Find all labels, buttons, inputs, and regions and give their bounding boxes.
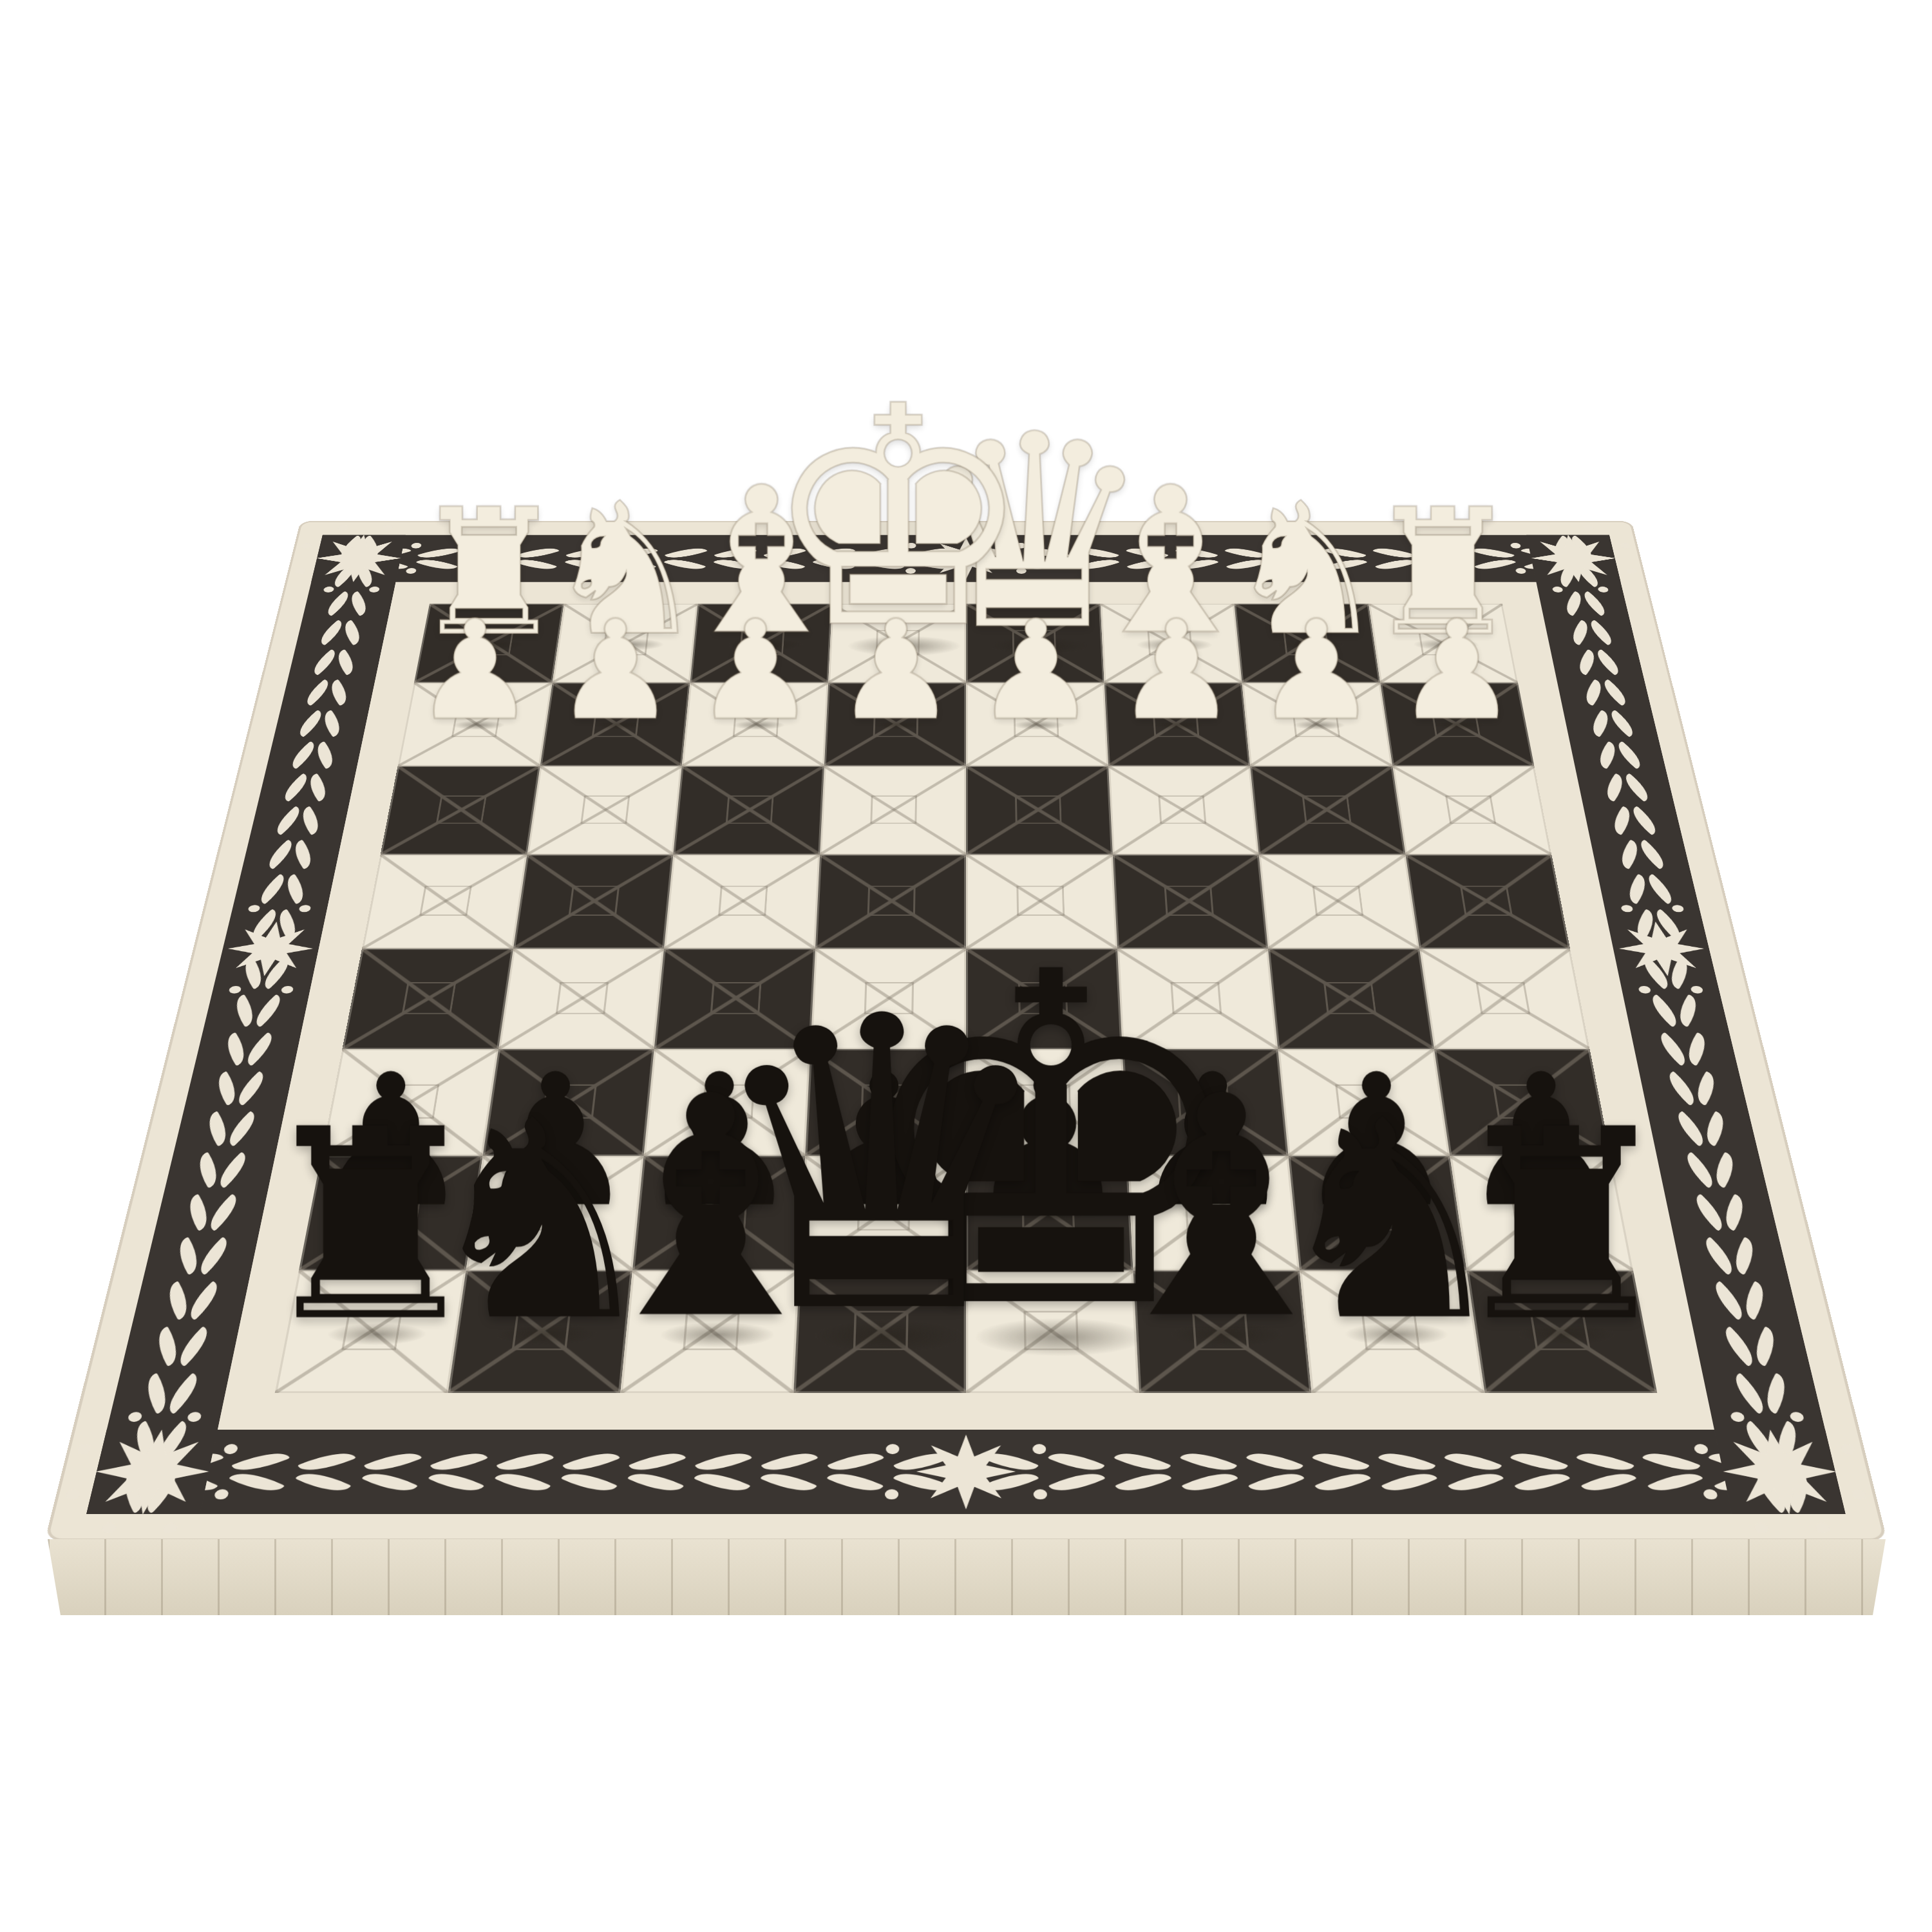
- inlay-dot: [337, 525, 349, 531]
- leaf-pair: [623, 1430, 696, 1514]
- square-h2[interactable]: ♟: [398, 683, 553, 766]
- leaf-pair: [1413, 535, 1471, 582]
- leaf-ornament: [1638, 874, 1680, 904]
- leaf-ornament: [1314, 1465, 1371, 1499]
- leaf-pair: [1432, 1430, 1510, 1514]
- leaf-pair: [355, 1430, 435, 1514]
- leaf-pair: [1563, 1430, 1644, 1514]
- leaf-pair: [811, 535, 862, 582]
- leaf-pair: [224, 909, 328, 945]
- square-e2[interactable]: ♟: [824, 683, 966, 766]
- leaf-ornament: [268, 806, 309, 835]
- leaf-pair: [258, 773, 356, 806]
- inlay-dot: [1626, 568, 1638, 574]
- square-f2[interactable]: ♟: [682, 683, 828, 766]
- square-h5[interactable]: [342, 949, 513, 1049]
- leaf-ornament: [1180, 1444, 1237, 1478]
- leaf-pair: [1538, 591, 1629, 620]
- leaf-ornament: [1624, 806, 1665, 835]
- leaf-pair: [711, 535, 764, 582]
- leaf-ornament: [561, 1465, 618, 1499]
- chess-board: ♜♞♝♚♛♝♞♜♟♟♟♟♟♟♟♟♟♟♟♟♟♟♟♟♜♞♝♛♚♝♞♜: [44, 521, 1887, 1541]
- leaf-ornament: [170, 1237, 207, 1275]
- leaf-ornament: [1704, 1281, 1752, 1320]
- leaf-pair: [1663, 1189, 1777, 1232]
- white-pawn[interactable]: ♟: [554, 612, 677, 728]
- leaf-pair: [1315, 535, 1371, 582]
- leaf-pair: [122, 1321, 240, 1367]
- leaf-ornament: [1616, 773, 1656, 802]
- leaf-pair: [281, 679, 375, 710]
- leaf-ornament: [760, 1465, 817, 1499]
- inlay-dot: [162, 1522, 178, 1533]
- square-a4[interactable]: [1405, 855, 1570, 949]
- leaf-ornament: [1562, 535, 1599, 559]
- leaf-pair: [1691, 1321, 1810, 1367]
- leaf-ornament: [1647, 1465, 1703, 1499]
- square-b3[interactable]: [1250, 766, 1405, 854]
- leaf-ornament: [695, 1444, 752, 1478]
- leaf-ornament: [169, 1327, 218, 1367]
- leaf-ornament: [812, 555, 855, 574]
- leaf-pair: [1544, 620, 1637, 649]
- leaf-ornament: [1576, 1444, 1634, 1478]
- leaf-pair: [241, 839, 342, 873]
- leaf-ornament: [312, 620, 350, 645]
- leaf-ornament: [229, 1465, 285, 1499]
- leaf-ornament: [1444, 1444, 1502, 1478]
- white-pawn[interactable]: ♟: [1115, 612, 1238, 728]
- square-f3[interactable]: [673, 766, 824, 854]
- leaf-pair: [249, 806, 349, 839]
- leaf-pair: [220, 1430, 303, 1514]
- leaf-ornament: [1115, 1465, 1171, 1499]
- inlay-dot: [1840, 1444, 1856, 1454]
- leaf-ornament: [1375, 555, 1417, 574]
- leaf-pair: [1583, 806, 1683, 839]
- inlay-dot: [1851, 1489, 1867, 1499]
- leaf-pair: [611, 535, 666, 582]
- square-h3[interactable]: [381, 766, 540, 854]
- white-pawn[interactable]: ♟: [974, 612, 1097, 728]
- inlay-dot: [301, 543, 312, 549]
- leaf-ornament: [1714, 1327, 1763, 1367]
- leaf-pair: [661, 535, 715, 582]
- leaf-pair: [302, 591, 393, 620]
- leaf-pair: [461, 535, 519, 582]
- leaf-ornament: [1381, 1465, 1438, 1499]
- leaf-ornament: [326, 563, 363, 587]
- leaf-pair: [133, 1276, 251, 1321]
- leaf-ornament: [1642, 1444, 1701, 1478]
- leaf-ornament: [428, 1465, 484, 1499]
- leaf-ornament: [614, 555, 657, 574]
- leaf-ornament: [1676, 1152, 1723, 1188]
- inlay-dot: [1815, 1522, 1831, 1533]
- leaf-ornament: [1679, 1032, 1714, 1066]
- square-a5[interactable]: [1419, 949, 1590, 1049]
- leaf-ornament: [1694, 1237, 1742, 1275]
- border-band-top: [311, 535, 1620, 582]
- leaf-pair: [1364, 535, 1421, 582]
- leaf-pair: [1605, 909, 1709, 945]
- leaf-pair: [309, 563, 400, 591]
- leaf-ornament: [629, 1444, 686, 1478]
- leaf-pair: [288, 1430, 369, 1514]
- inlay-dot: [1754, 1522, 1770, 1533]
- garland-half: [966, 1430, 1846, 1514]
- leaf-pair: [295, 620, 388, 649]
- leaf-pair: [556, 1430, 630, 1514]
- leaf-ornament: [1248, 1465, 1305, 1499]
- leaf-ornament: [1588, 649, 1627, 675]
- leaf-ornament: [1697, 1111, 1732, 1146]
- leaf-pair: [1597, 873, 1700, 908]
- leaf-ornament: [1581, 1465, 1637, 1499]
- square-e8[interactable]: ♛: [793, 1270, 966, 1392]
- leaf-pair: [1367, 1430, 1443, 1514]
- leaf-ornament: [1246, 1444, 1303, 1478]
- inlay-dot: [65, 1489, 81, 1499]
- leaf-ornament: [1077, 555, 1119, 574]
- leaf-ornament: [1276, 555, 1318, 574]
- leaf-pair: [860, 535, 911, 582]
- leaf-pair: [204, 990, 310, 1028]
- leaf-pair: [757, 1430, 828, 1514]
- leaf-pair: [1577, 773, 1675, 806]
- garland-half: [311, 535, 966, 582]
- leaf-pair: [411, 535, 469, 582]
- leaf-pair: [273, 710, 369, 741]
- leaf-pair: [1563, 710, 1659, 741]
- leaf-ornament: [180, 1281, 228, 1320]
- square-e3[interactable]: [820, 766, 966, 854]
- leaf-pair: [316, 535, 406, 563]
- leaf-ornament: [191, 1152, 226, 1188]
- leaf-ornament: [497, 1444, 554, 1478]
- leaf-pair: [1039, 1430, 1108, 1514]
- leaf-ornament: [298, 679, 337, 706]
- leaf-pair: [1672, 1231, 1788, 1275]
- leaf-ornament: [1027, 555, 1070, 574]
- leaf-pair: [1463, 535, 1521, 582]
- square-c3[interactable]: [1108, 766, 1259, 854]
- leaf-ornament: [1569, 563, 1606, 587]
- leaf-ornament: [1650, 1032, 1694, 1066]
- leaf-ornament: [1642, 994, 1686, 1027]
- leaf-ornament: [416, 555, 458, 574]
- leaf-ornament: [763, 555, 806, 574]
- square-d2[interactable]: ♟: [966, 683, 1108, 766]
- leaf-pair: [288, 649, 382, 679]
- leaf-ornament: [562, 1444, 620, 1478]
- square-g8[interactable]: ♞: [448, 1270, 632, 1392]
- leaf-pair: [1569, 741, 1667, 773]
- inlay-dot: [1583, 525, 1595, 531]
- garland-half: [966, 535, 1621, 582]
- leaf-pair: [1301, 1430, 1376, 1514]
- square-g2[interactable]: ♟: [540, 683, 690, 766]
- leaf-ornament: [1646, 909, 1689, 940]
- leaf-ornament: [1746, 1327, 1783, 1367]
- leaf-pair: [155, 1189, 269, 1232]
- leaf-ornament: [364, 1444, 422, 1478]
- leaf-pair: [911, 535, 961, 582]
- leaf-ornament: [862, 555, 904, 574]
- leaf-ornament: [1425, 555, 1466, 574]
- leaf-ornament: [1448, 1465, 1504, 1499]
- inlay-dot: [76, 1444, 92, 1454]
- square-g4[interactable]: [513, 855, 674, 949]
- inlay-dot: [1539, 525, 1549, 531]
- checkerboard: ♜♞♝♚♛♝♞♜♟♟♟♟♟♟♟♟♟♟♟♟♟♟♟♟♜♞♝♛♚♝♞♜: [275, 604, 1658, 1393]
- leaf-ornament: [210, 1152, 256, 1188]
- black-knight[interactable]: ♞: [418, 1105, 664, 1338]
- leaf-ornament: [1312, 1444, 1370, 1478]
- white-pawn[interactable]: ♟: [413, 612, 536, 728]
- leaf-pair: [1630, 1028, 1738, 1066]
- leaf-pair: [824, 1430, 893, 1514]
- inlay-dot: [294, 568, 306, 574]
- leaf-ornament: [1048, 1465, 1106, 1499]
- leaf-ornament: [1048, 1444, 1105, 1478]
- square-b4[interactable]: [1259, 855, 1419, 949]
- leaf-ornament: [466, 555, 507, 574]
- leaf-pair: [1682, 1276, 1799, 1321]
- leaf-pair: [1497, 1430, 1577, 1514]
- leaf-ornament: [218, 1032, 253, 1066]
- black-queen[interactable]: ♛: [700, 995, 1062, 1338]
- square-b2[interactable]: ♟: [1242, 683, 1392, 766]
- leaf-ornament: [1582, 620, 1620, 645]
- leaf-ornament: [1724, 1373, 1774, 1414]
- leaf-ornament: [1113, 1444, 1171, 1478]
- leaf-pair: [489, 1430, 565, 1514]
- leaf-ornament: [295, 1465, 351, 1499]
- leaf-ornament: [1602, 710, 1641, 737]
- leaf-ornament: [515, 555, 557, 574]
- leaf-ornament: [664, 555, 706, 574]
- white-pawn[interactable]: ♟: [835, 612, 958, 728]
- leaf-ornament: [291, 710, 330, 737]
- leaf-pair: [144, 1231, 260, 1275]
- leaf-ornament: [1736, 1281, 1772, 1320]
- leaf-ornament: [243, 909, 285, 940]
- leaf-ornament: [1474, 555, 1516, 574]
- leaf-ornament: [978, 555, 1020, 574]
- leaf-garland: [311, 535, 1620, 582]
- white-pawn[interactable]: ♟: [694, 612, 817, 728]
- leaf-pair: [1557, 679, 1651, 710]
- leaf-pair: [1021, 535, 1072, 582]
- leaf-ornament: [1575, 591, 1613, 616]
- leaf-ornament: [911, 555, 954, 574]
- leaf-ornament: [232, 1444, 290, 1478]
- square-g3[interactable]: [527, 766, 682, 854]
- leaf-ornament: [138, 1373, 176, 1414]
- leaf-ornament: [209, 1071, 244, 1105]
- inlay-dot: [1620, 543, 1631, 549]
- leaf-ornament: [1756, 1373, 1794, 1414]
- leaf-ornament: [627, 1465, 684, 1499]
- leaf-ornament: [565, 555, 607, 574]
- leaf-ornament: [332, 535, 369, 559]
- leaf-pair: [1070, 535, 1121, 582]
- inlay-dot: [1032, 1444, 1046, 1454]
- leaf-ornament: [826, 1465, 884, 1499]
- leaf-ornament: [319, 591, 357, 616]
- leaf-pair: [232, 873, 335, 908]
- leaf-ornament: [1325, 555, 1368, 574]
- inlay-dot: [101, 1522, 117, 1533]
- leaf-ornament: [158, 1373, 208, 1414]
- leaf-pair: [561, 535, 617, 582]
- leaf-pair: [1168, 535, 1221, 582]
- leaf-pair: [1590, 839, 1691, 873]
- square-a3[interactable]: [1392, 766, 1552, 854]
- leaf-pair: [1550, 649, 1644, 679]
- leaf-pair: [1266, 535, 1321, 582]
- leaf-ornament: [430, 1444, 488, 1478]
- leaf-pair: [265, 741, 363, 773]
- leaf-ornament: [200, 1111, 236, 1146]
- leaf-ornament: [694, 1465, 750, 1499]
- leaf-ornament: [1378, 1444, 1436, 1478]
- leaf-ornament: [238, 1032, 282, 1066]
- square-a2[interactable]: ♟: [1380, 683, 1535, 766]
- leaf-ornament: [200, 1194, 247, 1231]
- leaf-pair: [690, 1430, 762, 1514]
- board-perspective-wrap: ♜♞♝♚♛♝♞♜♟♟♟♟♟♟♟♟♟♟♟♟♟♟♟♟♜♞♝♛♚♝♞♜: [0, 0, 1932, 1932]
- leaf-ornament: [260, 840, 301, 869]
- leaf-pair: [1526, 535, 1616, 563]
- leaf-pair: [1622, 990, 1728, 1028]
- garland-half: [223, 535, 406, 949]
- leaf-ornament: [1631, 840, 1672, 869]
- square-d3[interactable]: [966, 766, 1112, 854]
- white-pawn[interactable]: ♟: [1396, 612, 1519, 728]
- leaf-ornament: [227, 994, 261, 1027]
- leaf-ornament: [305, 649, 344, 675]
- square-h4[interactable]: [362, 855, 527, 949]
- leaf-ornament: [1595, 679, 1634, 706]
- leaf-ornament: [149, 1327, 186, 1367]
- leaf-ornament: [495, 1465, 551, 1499]
- leaf-ornament: [1725, 1237, 1762, 1275]
- leaf-ornament: [1510, 1444, 1568, 1478]
- leaf-pair: [1532, 563, 1623, 591]
- leaf-ornament: [714, 555, 756, 574]
- leaf-ornament: [761, 1444, 819, 1478]
- inlay-dot: [382, 525, 393, 531]
- board-front-edge: [48, 1539, 1886, 1615]
- leaf-ornament: [827, 1444, 884, 1478]
- leaf-ornament: [160, 1281, 196, 1320]
- leaf-pair: [194, 1028, 302, 1066]
- leaf-ornament: [1688, 1071, 1723, 1105]
- leaf-pair: [110, 1367, 231, 1415]
- leaf-pair: [1629, 1430, 1712, 1514]
- leaf-ornament: [1685, 1194, 1732, 1231]
- square-c2[interactable]: ♟: [1104, 683, 1250, 766]
- leaf-ornament: [180, 1194, 216, 1231]
- garland-half: [86, 1430, 966, 1514]
- leaf-pair: [1217, 535, 1271, 582]
- leaf-ornament: [362, 1465, 418, 1499]
- leaf-pair: [1104, 1430, 1175, 1514]
- leaf-pair: [1701, 1367, 1822, 1415]
- photo-scene: ♜♞♝♚♛♝♞♜♟♟♟♟♟♟♟♟♟♟♟♟♟♟♟♟♜♞♝♛♚♝♞♜: [0, 0, 1932, 1932]
- leaf-ornament: [298, 1444, 355, 1478]
- leaf-pair: [1236, 1430, 1309, 1514]
- leaf-ornament: [1514, 1465, 1570, 1499]
- leaf-ornament: [1182, 1465, 1238, 1499]
- leaf-pair: [1170, 1430, 1242, 1514]
- leaf-ornament: [190, 1237, 238, 1275]
- leaf-ornament: [283, 741, 323, 769]
- leaf-ornament: [1706, 1152, 1741, 1188]
- white-pawn[interactable]: ♟: [1255, 612, 1378, 728]
- leaf-pair: [761, 535, 813, 582]
- leaf-pair: [972, 535, 1022, 582]
- leaf-pair: [511, 535, 567, 582]
- leaf-ornament: [1716, 1194, 1752, 1231]
- leaf-ornament: [252, 874, 294, 904]
- leaf-pair: [1119, 535, 1171, 582]
- leaf-ornament: [276, 773, 316, 802]
- leaf-ornament: [1127, 555, 1170, 574]
- black-knight[interactable]: ♞: [1268, 1105, 1514, 1338]
- leaf-ornament: [247, 994, 290, 1027]
- square-b8[interactable]: ♞: [1300, 1270, 1484, 1392]
- garland-half: [1526, 535, 1709, 949]
- leaf-ornament: [1609, 741, 1649, 769]
- leaf-ornament: [1226, 555, 1269, 574]
- leaf-ornament: [1177, 555, 1219, 574]
- leaf-ornament: [1670, 994, 1704, 1027]
- leaf-pair: [422, 1430, 500, 1514]
